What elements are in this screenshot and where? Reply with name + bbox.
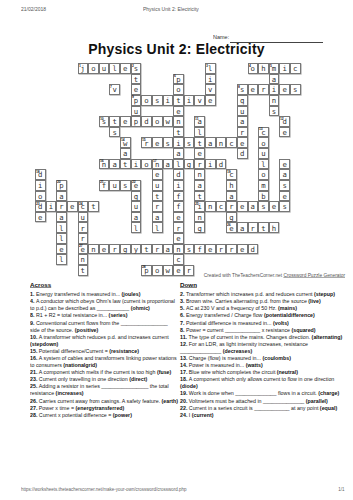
grid-cell: s <box>120 180 131 191</box>
grid-cell: n <box>194 169 205 180</box>
answer-letter: a <box>229 193 233 200</box>
across-clue: 8. R1 + R2 = total resistance in... (ser… <box>30 312 179 319</box>
answer-letter: s <box>187 140 191 147</box>
grid-cell: r <box>152 201 163 212</box>
down-clue: 13. Charge (flow) is measured in... (cou… <box>180 354 349 361</box>
grid-cell: s <box>279 201 290 212</box>
clue-number: 2 <box>132 64 134 67</box>
clue-number: 27 <box>79 244 83 247</box>
answer-letter: t <box>176 97 180 104</box>
clue-answer: (watts) <box>246 362 263 368</box>
grid-cell: v <box>194 95 205 106</box>
answer-letter: t <box>155 193 159 200</box>
grid-cell: e <box>152 137 163 148</box>
clue-answer: (nationalgrid) <box>63 362 97 368</box>
answer-letter: i <box>187 97 191 104</box>
answer-letter: d <box>240 150 244 157</box>
answer-letter: u <box>81 214 85 221</box>
answer-letter: t <box>176 129 180 136</box>
clue-answer: (power) <box>113 411 132 417</box>
answer-letter: i <box>208 76 212 83</box>
grid-cell: f <box>173 201 184 212</box>
clue-answer: (parallel) <box>306 397 328 403</box>
answer-letter: o <box>155 118 159 125</box>
clue-answer: (mains) <box>278 305 297 311</box>
grid-cell: f <box>173 191 184 202</box>
clue-answer: (increases) <box>56 390 84 396</box>
answer-letter: n <box>272 97 276 104</box>
answer-letter: n <box>176 118 180 125</box>
crossword-grid: 1joule2s3l4oh5mict6pia7veov8series9posit… <box>35 63 301 276</box>
answer-letter: i <box>272 86 276 93</box>
grid-cell: o <box>258 137 269 148</box>
answer-letter: i <box>166 97 170 104</box>
crossword-generator-link[interactable]: Crossword Puzzle Generator <box>283 272 345 278</box>
answer-letter: i <box>282 65 286 72</box>
clue-number: 1 <box>79 64 81 67</box>
answer-letter: a <box>155 214 159 221</box>
grid-cell: o <box>258 169 269 180</box>
grid-cell: r <box>56 201 67 212</box>
answer-letter: l <box>208 65 212 72</box>
answer-letter: e <box>208 97 212 104</box>
answer-letter: m <box>261 182 265 189</box>
grid-cell: 21f <box>99 180 110 191</box>
answer-letter: u <box>134 203 138 210</box>
clue-number: 17 <box>153 159 157 162</box>
answer-letter: n <box>197 214 201 221</box>
answer-letter: r <box>219 246 223 253</box>
grid-cell: i <box>163 95 174 106</box>
grid-cell: 12d <box>279 116 290 127</box>
grid-cell: i <box>131 159 142 170</box>
answer-letter: g <box>229 214 233 221</box>
answer-letter: r <box>229 246 233 253</box>
grid-cell: l <box>131 222 142 233</box>
grid-cell: n <box>78 254 89 265</box>
grid-cell: l <box>152 222 163 233</box>
grid-cell: t <box>131 74 142 85</box>
down-clue: 19. Work is done when ______________ flo… <box>180 390 349 397</box>
clue-answer: (decreases) <box>223 348 252 354</box>
clue-number: 18 <box>36 170 40 173</box>
answer-letter: r <box>81 225 85 232</box>
answer-letter: r <box>81 235 85 242</box>
answer-letter: a <box>59 193 63 200</box>
grid-cell: t <box>173 95 184 106</box>
grid-cell: l <box>56 233 67 244</box>
answer-letter: e <box>176 108 180 115</box>
clue-number: 28 <box>142 265 146 268</box>
down-clue: 20. Voltmeters must be attached in _____… <box>180 397 349 404</box>
across-clue: 4. A conductor which obeys Ohm's law (cu… <box>30 297 179 311</box>
grid-cell: s <box>184 244 195 255</box>
answer-letter: l <box>59 256 63 263</box>
across-clue: 21. A component which melts if the curre… <box>30 368 179 375</box>
answer-letter: c <box>219 203 223 210</box>
answer-letter: n <box>219 140 223 147</box>
grid-cell: d <box>248 244 259 255</box>
answer-letter: n <box>91 246 95 253</box>
clue-number: 22 <box>132 180 136 183</box>
clue-answer: (squared) <box>291 326 315 332</box>
grid-cell: u <box>109 180 120 191</box>
grid-cell: a <box>163 244 174 255</box>
clue-number: 24 <box>79 202 83 205</box>
across-clue: 28. Current x potential difference = (po… <box>30 411 179 418</box>
answer-letter: e <box>282 193 286 200</box>
answer-letter: h <box>229 182 233 189</box>
answer-letter: u <box>134 108 138 115</box>
grid-cell: r <box>258 84 269 95</box>
clue-number: 6 <box>174 74 176 77</box>
answer-letter: a <box>59 214 63 221</box>
grid-cell: t <box>88 201 99 212</box>
answer-letter: o <box>176 86 180 93</box>
answer-letter: e <box>38 214 42 221</box>
grid-cell: c <box>226 137 237 148</box>
answer-letter: i <box>49 203 53 210</box>
grid-cell: t <box>258 222 269 233</box>
answer-letter: f <box>176 203 180 210</box>
answer-letter: v <box>208 86 212 93</box>
down-clue: 12. For an LDR, as light intensity incre… <box>180 340 349 354</box>
answer-letter: m <box>272 65 276 72</box>
clue-answer: (charge) <box>318 390 339 396</box>
grid-cell: 9p <box>131 95 142 106</box>
down-clue: 18. A component which only allows curren… <box>180 376 349 390</box>
grid-cell: o <box>141 95 152 106</box>
grid-cell: 1j <box>78 63 89 74</box>
grid-cell: n <box>205 201 216 212</box>
answer-letter: u <box>102 65 106 72</box>
grid-cell: e <box>152 169 163 180</box>
created-with-credit: Created with TheTeachersCorner.net Cross… <box>0 272 345 278</box>
answer-letter: e <box>282 161 286 168</box>
grid-cell: d <box>237 148 248 159</box>
page-title: Physics Unit 2: Electricity <box>0 41 353 57</box>
answer-letter: e <box>176 214 180 221</box>
grid-cell: a <box>237 116 248 127</box>
grid-cell: p <box>131 116 142 127</box>
answer-letter: p <box>134 118 138 125</box>
grid-cell: a <box>56 191 67 202</box>
grid-cell: e <box>269 201 280 212</box>
grid-cell: 23d <box>35 201 46 212</box>
answer-letter: r <box>229 203 233 210</box>
grid-cell: i <box>35 180 46 191</box>
answer-letter: l <box>197 129 201 136</box>
down-clue: 2. Transformer which increases p.d. and … <box>180 290 349 297</box>
grid-cell: e <box>205 244 216 255</box>
grid-cell: i <box>184 95 195 106</box>
answer-letter: t <box>197 193 201 200</box>
grid-cell: a <box>120 148 131 159</box>
answer-letter: o <box>261 171 265 178</box>
answer-letter: a <box>123 150 127 157</box>
answer-letter: l <box>112 65 116 72</box>
grid-cell: i <box>173 180 184 191</box>
answer-letter: r <box>176 225 180 232</box>
across-clue-list: 1. Energy transferred is measured in... … <box>30 290 179 418</box>
answer-letter: s <box>112 129 116 136</box>
grid-cell: 27e <box>78 244 89 255</box>
clue-answer: (equal) <box>320 404 337 410</box>
grid-cell: 26e <box>226 222 237 233</box>
clue-answer: (resistance) <box>109 348 139 354</box>
grid-cell: s <box>163 137 174 148</box>
grid-cell: i <box>205 74 216 85</box>
answer-letter: l <box>261 161 265 168</box>
answer-letter: s <box>134 65 138 72</box>
grid-cell: 10s <box>99 116 110 127</box>
grid-cell: a <box>279 169 290 180</box>
answer-letter: a <box>240 225 244 232</box>
answer-letter: e <box>123 118 127 125</box>
grid-cell: e <box>237 137 248 148</box>
answer-letter: p <box>134 97 138 104</box>
worksheet-page: { "game": "crossword", "header": { "prin… <box>0 0 353 500</box>
grid-cell: d <box>141 116 152 127</box>
clue-number: 3 <box>206 64 208 67</box>
down-clue: 24. I (current) <box>180 411 349 418</box>
grid-cell: a <box>248 201 259 212</box>
answer-letter: y <box>134 246 138 253</box>
grid-cell: l <box>173 159 184 170</box>
grid-cell: r <box>78 233 89 244</box>
grid-cell: a <box>163 159 174 170</box>
clue-number: 16 <box>100 159 104 162</box>
answer-letter: n <box>81 256 85 263</box>
grid-cell: r <box>248 222 259 233</box>
answer-letter: e <box>282 129 286 136</box>
grid-cell: s <box>290 84 301 95</box>
answer-letter: a <box>272 76 276 83</box>
answer-letter: r <box>59 203 63 210</box>
grid-cell: r <box>109 244 120 255</box>
answer-letter: e <box>240 203 244 210</box>
answer-letter: g <box>197 225 201 232</box>
print-date: 21/02/2018 <box>21 6 46 12</box>
across-clue: 1. Energy transferred is measured in... … <box>30 290 179 297</box>
grid-cell: g <box>194 222 205 233</box>
answer-letter: l <box>155 225 159 232</box>
clue-number: 4 <box>249 64 251 67</box>
grid-cell: r <box>226 201 237 212</box>
clue-answer: (earth) <box>162 397 178 403</box>
answer-letter: a <box>197 182 201 189</box>
answer-letter: s <box>187 246 191 253</box>
answer-letter: g <box>123 246 127 253</box>
down-clue: 22. Current in a series circuit is _____… <box>180 404 349 411</box>
answer-letter: s <box>282 182 286 189</box>
grid-cell: d <box>216 159 227 170</box>
answer-letter: c <box>293 65 297 72</box>
answer-letter: t <box>112 118 116 125</box>
answer-letter: a <box>251 203 255 210</box>
grid-cell: e <box>131 84 142 95</box>
grid-cell: s <box>258 201 269 212</box>
clue-answer: (positive) <box>75 326 99 332</box>
grid-cell: a <box>226 191 237 202</box>
grid-cell: e <box>279 159 290 170</box>
down-clue: 11. The type of current in the mains. Ch… <box>180 333 349 340</box>
grid-cell: u <box>237 106 248 117</box>
grid-cell: l <box>109 63 120 74</box>
clue-number: 15 <box>142 138 146 141</box>
grid-cell: a <box>152 212 163 223</box>
answer-letter: h <box>272 225 276 232</box>
grid-cell: t <box>152 191 163 202</box>
grid-cell: r <box>78 222 89 233</box>
answer-letter: e <box>70 203 74 210</box>
grid-cell: 5m <box>269 63 280 74</box>
grid-cell: t <box>141 244 152 255</box>
grid-cell: r <box>216 244 227 255</box>
answer-letter: a <box>282 171 286 178</box>
grid-cell: 8s <box>237 84 248 95</box>
down-clue-list: 2. Transformer which increases p.d. and … <box>180 290 349 418</box>
grid-cell: 14w <box>120 137 131 148</box>
answer-letter: i <box>176 182 180 189</box>
grid-cell: e <box>173 106 184 117</box>
grid-cell: e <box>237 201 248 212</box>
down-clue: 3. Brown wire. Carries alternating p.d. … <box>180 297 349 304</box>
answer-letter: e <box>176 235 180 242</box>
clue-number: 19 <box>227 170 231 173</box>
answer-letter: s <box>166 140 170 147</box>
clue-answer: (direct) <box>129 376 147 382</box>
grid-cell: a <box>205 137 216 148</box>
answer-letter: e <box>123 65 127 72</box>
across-clue: 9. Conventional current flows from the _… <box>30 319 179 333</box>
grid-cell: r <box>173 222 184 233</box>
clue-answer: (stepdown) <box>30 341 58 347</box>
answer-letter: o <box>38 193 42 200</box>
clue-answer: (series) <box>109 312 128 318</box>
grid-cell: h <box>226 180 237 191</box>
clue-number: 13 <box>259 127 263 130</box>
answer-letter: i <box>134 161 138 168</box>
grid-cell: c <box>173 254 184 265</box>
grid-cell: u <box>152 180 163 191</box>
grid-cell: m <box>258 180 269 191</box>
clue-answer: (coulombs) <box>262 355 291 361</box>
answer-letter: n <box>197 171 201 178</box>
clue-number: 20 <box>57 180 61 183</box>
answer-letter: s <box>240 86 244 93</box>
grid-cell: e <box>194 148 205 159</box>
answer-letter: e <box>282 86 286 93</box>
answer-letter: l <box>59 225 63 232</box>
grid-cell: 7v <box>109 84 120 95</box>
grid-cell: e <box>279 191 290 202</box>
grid-cell: a <box>269 74 280 85</box>
grid-cell: n <box>88 244 99 255</box>
grid-cell: e <box>237 244 248 255</box>
grid-cell: e <box>248 84 259 95</box>
answer-letter: d <box>251 246 255 253</box>
grid-cell: f <box>194 244 205 255</box>
grid-cell: s <box>152 95 163 106</box>
across-clue: 16. A system of cables and transformers … <box>30 354 179 368</box>
grid-cell: q <box>131 191 142 202</box>
down-clue: 14. Power is measured in... (watts) <box>180 361 349 368</box>
grid-cell: w <box>163 116 174 127</box>
answer-letter: u <box>112 182 116 189</box>
grid-cell: u <box>258 148 269 159</box>
grid-cell: t <box>109 116 120 127</box>
down-clue: 6. Energy transferred / Charge flow (pot… <box>180 312 349 319</box>
grid-cell: e <box>279 127 290 138</box>
answer-letter: h <box>261 65 265 72</box>
answer-letter: u <box>240 108 244 115</box>
answer-letter: l <box>176 161 180 168</box>
grid-cell: e <box>173 212 184 223</box>
answer-letter: j <box>81 65 85 72</box>
answer-letter: a <box>166 161 170 168</box>
clue-answer: (potentialdifference) <box>264 312 315 318</box>
footer-url: https://worksheets.theteacherscorner.net… <box>21 487 187 492</box>
answer-letter: r <box>155 203 159 210</box>
answer-letter: r <box>112 246 116 253</box>
grid-cell: a <box>131 212 142 223</box>
answer-letter: e <box>251 86 255 93</box>
answer-letter: r <box>240 129 244 136</box>
grid-cell: h <box>258 63 269 74</box>
grid-cell: a <box>173 148 184 159</box>
clue-number: 14 <box>121 138 125 141</box>
answer-letter: t <box>134 76 138 83</box>
answer-letter: w <box>166 118 170 125</box>
answer-letter: e <box>134 86 138 93</box>
answer-letter: c <box>176 256 180 263</box>
grid-cell: u <box>131 201 142 212</box>
answer-letter: t <box>123 161 127 168</box>
answer-letter: n <box>208 203 212 210</box>
across-clue: 23. Current only travelling in one direc… <box>30 376 179 383</box>
answer-letter: s <box>261 203 265 210</box>
grid-cell: y <box>131 244 142 255</box>
grid-cell: s <box>184 137 195 148</box>
clue-number: 25 <box>195 202 199 205</box>
clue-number: 12 <box>280 117 284 120</box>
answer-letter: r <box>251 225 255 232</box>
answer-letter: e <box>59 246 63 253</box>
answer-letter: o <box>261 140 265 147</box>
grid-cell: e <box>56 244 67 255</box>
answer-letter: e <box>240 140 244 147</box>
across-clue: 25. Adding a resistor in series ________… <box>30 383 179 397</box>
down-clue: 5. AC at 230 V and a frequency of 50 Hz.… <box>180 305 349 312</box>
across-clue: 15. Potential difference/Current = (resi… <box>30 347 179 354</box>
grid-cell: o <box>173 84 184 95</box>
answer-letter: s <box>123 182 127 189</box>
grid-cell: e <box>173 233 184 244</box>
grid-cell: g <box>184 159 195 170</box>
answer-letter: d <box>176 171 180 178</box>
grid-cell: t <box>173 127 184 138</box>
grid-cell: g <box>120 244 131 255</box>
clue-number: 26 <box>227 223 231 226</box>
down-clue: 7. Potential difference is measured in..… <box>180 319 349 326</box>
clue-number: 5 <box>270 64 272 67</box>
answer-letter: t <box>91 203 95 210</box>
grid-cell: n <box>269 95 280 106</box>
answer-letter: q <box>134 193 138 200</box>
answer-letter: o <box>251 65 255 72</box>
across-clue: 27. Power x time = (energytransferred) <box>30 404 179 411</box>
